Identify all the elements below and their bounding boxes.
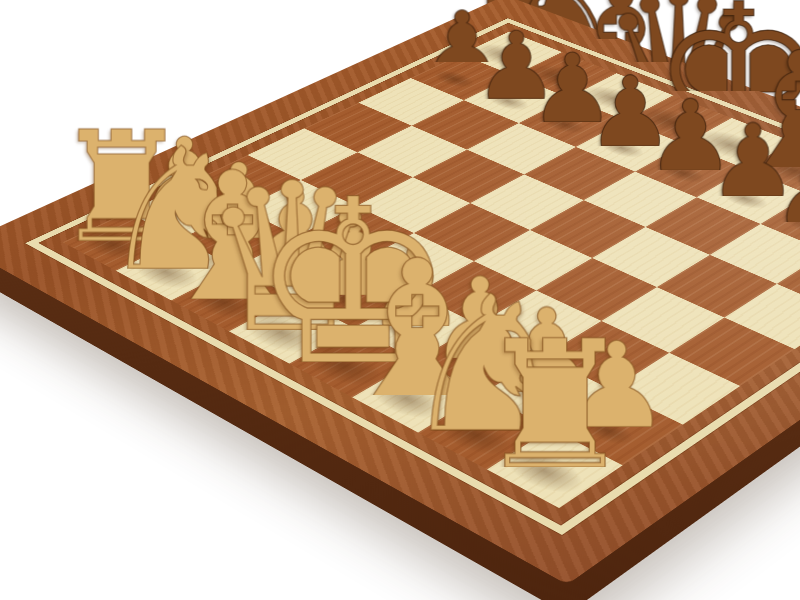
chessboard-photo: ♜♞♝♛♚♝♞♜♟♟♟♟♟♟♟♟♟♟♟♟♟♟♟♟♜♞♝♛♚♝♞♜ xyxy=(0,0,800,600)
piece-billboard: ♜ xyxy=(426,289,684,467)
piece-billboard: ♟ xyxy=(774,145,800,251)
square-h6 xyxy=(777,252,800,314)
